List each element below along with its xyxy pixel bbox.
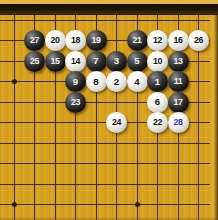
stone-white-4[interactable]: 4	[127, 71, 148, 92]
stone-black-19[interactable]: 19	[86, 30, 107, 51]
stone-number: 25	[30, 57, 39, 66]
stone-white-6[interactable]: 6	[147, 92, 168, 113]
board-right-edge	[210, 15, 218, 220]
stone-number: 11	[174, 77, 182, 86]
stone-number: 14	[71, 57, 80, 66]
stone-white-12[interactable]: 12	[147, 30, 168, 51]
stone-number: 9	[73, 77, 78, 87]
stone-number: 5	[134, 56, 139, 66]
stone-number: 10	[153, 57, 162, 66]
stone-black-25[interactable]: 25	[24, 51, 45, 72]
stone-number: 18	[71, 36, 80, 45]
stone-number: 23	[71, 98, 80, 107]
stone-number: 20	[51, 36, 60, 45]
stone-number: 24	[112, 118, 121, 127]
stone-white-24[interactable]: 24	[106, 112, 127, 133]
stone-number: 15	[51, 57, 60, 66]
stone-number: 26	[194, 36, 203, 45]
stone-number: 1	[155, 77, 160, 87]
stones-layer: 2720181921121626251514735101398241112361…	[4, 10, 209, 215]
stone-white-16[interactable]: 16	[168, 30, 189, 51]
stone-number: 22	[153, 118, 162, 127]
stone-black-15[interactable]: 15	[45, 51, 66, 72]
stone-white-20[interactable]: 20	[45, 30, 66, 51]
stone-number: 21	[133, 36, 142, 45]
stone-number: 7	[93, 56, 98, 66]
stone-number: 17	[174, 98, 183, 107]
stone-white-2[interactable]: 2	[106, 71, 127, 92]
stone-white-18[interactable]: 18	[65, 30, 86, 51]
stone-white-22[interactable]: 22	[147, 112, 168, 133]
stone-number: 2	[114, 77, 119, 87]
stone-black-13[interactable]: 13	[168, 51, 189, 72]
stone-number: 13	[174, 57, 183, 66]
stone-black-17[interactable]: 17	[168, 92, 189, 113]
stone-white-10[interactable]: 10	[147, 51, 168, 72]
board-bottom-shade	[0, 217, 218, 220]
stone-number: 19	[92, 36, 101, 45]
go-board[interactable]: 2720181921121626251514735101398241112361…	[0, 0, 218, 220]
stone-black-7[interactable]: 7	[86, 51, 107, 72]
stone-number: 6	[155, 97, 160, 107]
stone-black-5[interactable]: 5	[127, 51, 148, 72]
stone-white-8[interactable]: 8	[86, 71, 107, 92]
stone-white-28[interactable]: 28	[168, 112, 189, 133]
stone-white-26[interactable]: 26	[188, 30, 209, 51]
stone-black-9[interactable]: 9	[65, 71, 86, 92]
stone-black-27[interactable]: 27	[24, 30, 45, 51]
stone-black-11[interactable]: 11	[168, 71, 189, 92]
stone-black-23[interactable]: 23	[65, 92, 86, 113]
stone-number: 16	[174, 36, 183, 45]
stone-number: 12	[153, 36, 162, 45]
stone-white-14[interactable]: 14	[65, 51, 86, 72]
stone-black-1[interactable]: 1	[147, 71, 168, 92]
stone-number: 28	[174, 118, 183, 127]
stone-number: 8	[93, 77, 98, 87]
stone-black-3[interactable]: 3	[106, 51, 127, 72]
stone-number: 27	[30, 36, 39, 45]
stone-number: 4	[134, 77, 139, 87]
stone-black-21[interactable]: 21	[127, 30, 148, 51]
stone-number: 3	[114, 56, 119, 66]
